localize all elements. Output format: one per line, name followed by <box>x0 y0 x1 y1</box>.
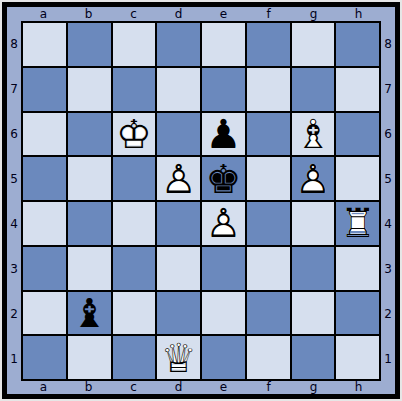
rank-labels-left: 87654321 <box>7 21 21 381</box>
white-p-piece: ♟♙ <box>161 159 197 199</box>
file-label: f <box>246 381 291 394</box>
white-k-piece: ♚♔ <box>116 114 152 154</box>
square-c7[interactable] <box>113 68 156 111</box>
rank-label: 1 <box>7 336 21 381</box>
board-margin: abcdefgh abcdefgh 87654321 87654321 ♚♔♟♝… <box>7 7 395 394</box>
square-b3[interactable] <box>68 247 111 290</box>
square-f4[interactable] <box>247 202 290 245</box>
square-b8[interactable] <box>68 23 111 66</box>
square-b7[interactable] <box>68 68 111 111</box>
square-a7[interactable] <box>23 68 66 111</box>
rank-label: 8 <box>381 21 395 66</box>
square-g3[interactable] <box>292 247 335 290</box>
rank-label: 3 <box>7 246 21 291</box>
square-f6[interactable] <box>247 113 290 156</box>
square-f1[interactable] <box>247 336 290 379</box>
rank-label: 7 <box>381 66 395 111</box>
square-b5[interactable] <box>68 157 111 200</box>
square-h8[interactable] <box>336 23 379 66</box>
file-label: g <box>291 7 336 21</box>
rank-label: 7 <box>7 66 21 111</box>
square-d7[interactable] <box>157 68 200 111</box>
square-h7[interactable] <box>336 68 379 111</box>
rank-label: 6 <box>381 111 395 156</box>
square-g7[interactable] <box>292 68 335 111</box>
square-f2[interactable] <box>247 292 290 335</box>
square-h4[interactable]: ♜♖ <box>336 202 379 245</box>
square-c2[interactable] <box>113 292 156 335</box>
square-f5[interactable] <box>247 157 290 200</box>
white-q-piece: ♛♕ <box>161 338 197 378</box>
square-e1[interactable] <box>202 336 245 379</box>
square-a5[interactable] <box>23 157 66 200</box>
square-d8[interactable] <box>157 23 200 66</box>
square-c3[interactable] <box>113 247 156 290</box>
square-a4[interactable] <box>23 202 66 245</box>
square-a3[interactable] <box>23 247 66 290</box>
file-labels-top: abcdefgh <box>21 7 381 21</box>
square-g5[interactable]: ♟♙ <box>292 157 335 200</box>
square-e8[interactable] <box>202 23 245 66</box>
white-b-piece: ♝♗ <box>295 114 331 154</box>
file-label: c <box>111 7 156 21</box>
square-b4[interactable] <box>68 202 111 245</box>
square-c8[interactable] <box>113 23 156 66</box>
square-c5[interactable] <box>113 157 156 200</box>
square-d6[interactable] <box>157 113 200 156</box>
square-f7[interactable] <box>247 68 290 111</box>
rank-label: 2 <box>7 291 21 336</box>
file-label: b <box>66 381 111 394</box>
rank-label: 2 <box>381 291 395 336</box>
square-e4[interactable]: ♟♙ <box>202 202 245 245</box>
file-labels-bottom: abcdefgh <box>21 381 381 394</box>
square-g1[interactable] <box>292 336 335 379</box>
file-label: h <box>336 381 381 394</box>
square-g2[interactable] <box>292 292 335 335</box>
file-label: a <box>21 7 66 21</box>
square-f3[interactable] <box>247 247 290 290</box>
square-a2[interactable] <box>23 292 66 335</box>
file-label: f <box>246 7 291 21</box>
square-a1[interactable] <box>23 336 66 379</box>
square-e6[interactable]: ♟ <box>202 113 245 156</box>
chessboard-window: abcdefgh abcdefgh 87654321 87654321 ♚♔♟♝… <box>0 0 402 401</box>
rank-label: 5 <box>7 156 21 201</box>
rank-label: 4 <box>381 201 395 246</box>
file-label: c <box>111 381 156 394</box>
square-g8[interactable] <box>292 23 335 66</box>
square-h1[interactable] <box>336 336 379 379</box>
square-e3[interactable] <box>202 247 245 290</box>
file-label: a <box>21 381 66 394</box>
square-d2[interactable] <box>157 292 200 335</box>
file-label: h <box>336 7 381 21</box>
chess-board: ♚♔♟♝♗♟♙♚♟♙♟♙♜♖♝♛♕ <box>21 21 381 381</box>
square-g4[interactable] <box>292 202 335 245</box>
square-c1[interactable] <box>113 336 156 379</box>
square-h2[interactable] <box>336 292 379 335</box>
black-k-piece: ♚ <box>205 159 241 199</box>
square-b1[interactable] <box>68 336 111 379</box>
rank-labels-right: 87654321 <box>381 21 395 381</box>
file-label: d <box>156 7 201 21</box>
square-e7[interactable] <box>202 68 245 111</box>
square-e5[interactable]: ♚ <box>202 157 245 200</box>
square-d3[interactable] <box>157 247 200 290</box>
white-p-piece: ♟♙ <box>205 203 241 243</box>
square-d4[interactable] <box>157 202 200 245</box>
white-p-piece: ♟♙ <box>295 159 331 199</box>
file-label: b <box>66 7 111 21</box>
file-label: e <box>201 7 246 21</box>
black-b-piece: ♝ <box>71 293 107 333</box>
file-label: d <box>156 381 201 394</box>
rank-label: 6 <box>7 111 21 156</box>
rank-label: 4 <box>7 201 21 246</box>
square-h5[interactable] <box>336 157 379 200</box>
square-e2[interactable] <box>202 292 245 335</box>
square-b2[interactable]: ♝ <box>68 292 111 335</box>
square-h3[interactable] <box>336 247 379 290</box>
file-label: g <box>291 381 336 394</box>
square-c6[interactable]: ♚♔ <box>113 113 156 156</box>
rank-label: 3 <box>381 246 395 291</box>
square-h6[interactable] <box>336 113 379 156</box>
file-label: e <box>201 381 246 394</box>
square-c4[interactable] <box>113 202 156 245</box>
rank-label: 5 <box>381 156 395 201</box>
square-a6[interactable] <box>23 113 66 156</box>
square-b6[interactable] <box>68 113 111 156</box>
rank-label: 8 <box>7 21 21 66</box>
square-f8[interactable] <box>247 23 290 66</box>
square-d1[interactable]: ♛♕ <box>157 336 200 379</box>
square-a8[interactable] <box>23 23 66 66</box>
square-d5[interactable]: ♟♙ <box>157 157 200 200</box>
white-r-piece: ♜♖ <box>340 203 376 243</box>
rank-label: 1 <box>381 336 395 381</box>
black-p-piece: ♟ <box>205 114 241 154</box>
square-g6[interactable]: ♝♗ <box>292 113 335 156</box>
